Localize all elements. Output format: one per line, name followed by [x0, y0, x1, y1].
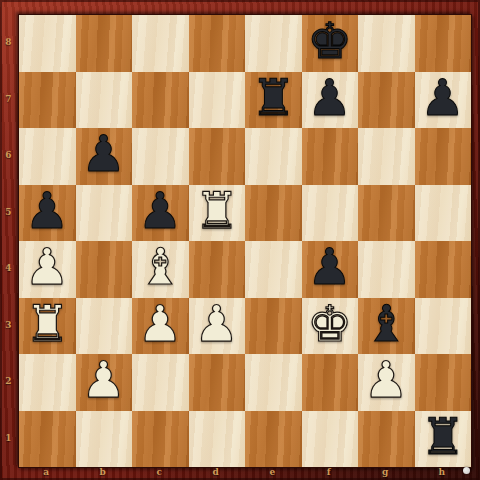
piece-black-king[interactable]: ♚: [307, 16, 352, 66]
file-label-b: b: [75, 466, 132, 480]
square-h5[interactable]: [415, 185, 472, 242]
square-d2[interactable]: [189, 354, 246, 411]
piece-white-pawn[interactable]: ♟: [25, 242, 70, 292]
piece-white-rook[interactable]: ♜: [25, 299, 70, 349]
piece-black-pawn[interactable]: ♟: [420, 73, 465, 123]
rank-label-8: 8: [0, 14, 17, 71]
square-f2[interactable]: [302, 354, 359, 411]
piece-black-pawn[interactable]: ♟: [25, 186, 70, 236]
square-g3[interactable]: ♝: [358, 298, 415, 355]
piece-black-rook[interactable]: ♜: [420, 412, 465, 462]
file-label-g: g: [357, 466, 414, 480]
square-b1[interactable]: [76, 411, 133, 468]
piece-white-pawn[interactable]: ♟: [364, 355, 409, 405]
square-c2[interactable]: [132, 354, 189, 411]
square-f3[interactable]: ♚: [302, 298, 359, 355]
piece-white-bishop[interactable]: ♝: [138, 242, 183, 292]
rank-label-2: 2: [0, 353, 17, 410]
square-e6[interactable]: [245, 128, 302, 185]
square-c6[interactable]: [132, 128, 189, 185]
square-d1[interactable]: [189, 411, 246, 468]
square-b6[interactable]: ♟: [76, 128, 133, 185]
square-f6[interactable]: [302, 128, 359, 185]
piece-black-rook[interactable]: ♜: [251, 73, 296, 123]
piece-white-pawn[interactable]: ♟: [138, 299, 183, 349]
square-c3[interactable]: ♟: [132, 298, 189, 355]
square-g7[interactable]: [358, 72, 415, 129]
square-f5[interactable]: [302, 185, 359, 242]
square-c5[interactable]: ♟: [132, 185, 189, 242]
square-d6[interactable]: [189, 128, 246, 185]
piece-white-king[interactable]: ♚: [307, 299, 352, 349]
square-g8[interactable]: [358, 15, 415, 72]
square-e1[interactable]: [245, 411, 302, 468]
square-f4[interactable]: ♟: [302, 241, 359, 298]
square-c8[interactable]: [132, 15, 189, 72]
file-label-e: e: [244, 466, 301, 480]
square-f8[interactable]: ♚: [302, 15, 359, 72]
file-label-h: h: [414, 466, 471, 480]
piece-black-pawn[interactable]: ♟: [81, 129, 126, 179]
piece-white-pawn[interactable]: ♟: [81, 355, 126, 405]
square-d8[interactable]: [189, 15, 246, 72]
square-b3[interactable]: [76, 298, 133, 355]
square-f1[interactable]: [302, 411, 359, 468]
rank-label-6: 6: [0, 127, 17, 184]
square-b5[interactable]: [76, 185, 133, 242]
square-e7[interactable]: ♜: [245, 72, 302, 129]
piece-black-bishop[interactable]: ♝: [364, 299, 409, 349]
square-d4[interactable]: [189, 241, 246, 298]
rank-label-7: 7: [0, 71, 17, 128]
piece-black-pawn[interactable]: ♟: [138, 186, 183, 236]
square-g4[interactable]: [358, 241, 415, 298]
square-g2[interactable]: ♟: [358, 354, 415, 411]
rank-label-4: 4: [0, 240, 17, 297]
square-a8[interactable]: [19, 15, 76, 72]
square-h4[interactable]: [415, 241, 472, 298]
chess-board-window: ♚♜♟♟♟♟♟♜♟♝♟♜♟♟♚♝♟♟♜ 87654321 abcdefgh: [0, 0, 480, 480]
square-b8[interactable]: [76, 15, 133, 72]
square-e2[interactable]: [245, 354, 302, 411]
piece-black-pawn[interactable]: ♟: [307, 242, 352, 292]
square-h8[interactable]: [415, 15, 472, 72]
square-c1[interactable]: [132, 411, 189, 468]
rank-label-1: 1: [0, 410, 17, 467]
square-b4[interactable]: [76, 241, 133, 298]
square-h2[interactable]: [415, 354, 472, 411]
square-a4[interactable]: ♟: [19, 241, 76, 298]
square-e5[interactable]: [245, 185, 302, 242]
square-h6[interactable]: [415, 128, 472, 185]
square-b7[interactable]: [76, 72, 133, 129]
square-a2[interactable]: [19, 354, 76, 411]
square-b2[interactable]: ♟: [76, 354, 133, 411]
file-label-f: f: [301, 466, 358, 480]
square-c7[interactable]: [132, 72, 189, 129]
white-to-move-indicator-dot: [463, 467, 470, 474]
rank-label-5: 5: [0, 184, 17, 241]
piece-white-pawn[interactable]: ♟: [194, 299, 239, 349]
square-f7[interactable]: ♟: [302, 72, 359, 129]
square-g6[interactable]: [358, 128, 415, 185]
square-e3[interactable]: [245, 298, 302, 355]
file-label-d: d: [188, 466, 245, 480]
square-d7[interactable]: [189, 72, 246, 129]
square-a6[interactable]: [19, 128, 76, 185]
square-e4[interactable]: [245, 241, 302, 298]
square-h3[interactable]: [415, 298, 472, 355]
square-a1[interactable]: [19, 411, 76, 468]
piece-black-pawn[interactable]: ♟: [307, 73, 352, 123]
rank-label-3: 3: [0, 297, 17, 354]
square-c4[interactable]: ♝: [132, 241, 189, 298]
square-d3[interactable]: ♟: [189, 298, 246, 355]
square-e8[interactable]: [245, 15, 302, 72]
piece-white-rook[interactable]: ♜: [194, 186, 239, 236]
square-h7[interactable]: ♟: [415, 72, 472, 129]
square-a5[interactable]: ♟: [19, 185, 76, 242]
file-label-a: a: [18, 466, 75, 480]
board-grid: ♚♜♟♟♟♟♟♜♟♝♟♜♟♟♚♝♟♟♜: [18, 14, 472, 468]
square-h1[interactable]: ♜: [415, 411, 472, 468]
square-g1[interactable]: [358, 411, 415, 468]
square-g5[interactable]: [358, 185, 415, 242]
square-a3[interactable]: ♜: [19, 298, 76, 355]
file-label-c: c: [131, 466, 188, 480]
square-a7[interactable]: [19, 72, 76, 129]
square-d5[interactable]: ♜: [189, 185, 246, 242]
